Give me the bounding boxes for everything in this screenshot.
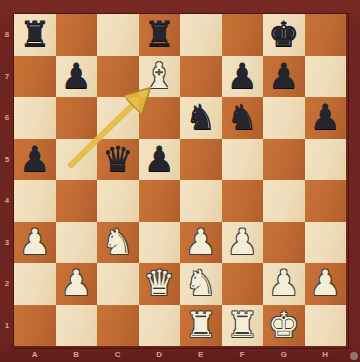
square-d8[interactable]: ♜ <box>139 14 181 56</box>
square-b1[interactable] <box>56 305 98 347</box>
square-d2[interactable]: ♛ <box>139 263 181 305</box>
chessboard-frame: 8 7 6 5 4 3 2 1 ♜♜♚♟♝♟♟♞♞♟♟♛♟♟♞♟♟♟♛♞♟♟♜♜… <box>0 0 360 362</box>
square-g4[interactable] <box>263 180 305 222</box>
black-knight: ♞ <box>185 97 216 138</box>
rank-label-1: 1 <box>0 305 14 347</box>
square-h4[interactable] <box>305 180 347 222</box>
square-f2[interactable] <box>222 263 264 305</box>
square-b6[interactable] <box>56 97 98 139</box>
square-f5[interactable] <box>222 139 264 181</box>
white-knight: ♞ <box>185 263 216 304</box>
square-h5[interactable] <box>305 139 347 181</box>
white-pawn: ♟ <box>310 263 341 304</box>
square-d4[interactable] <box>139 180 181 222</box>
square-h1[interactable] <box>305 305 347 347</box>
white-pawn: ♟ <box>227 222 258 263</box>
square-a7[interactable] <box>14 56 56 98</box>
white-knight: ♞ <box>102 222 133 263</box>
square-b3[interactable] <box>56 222 98 264</box>
rank-label-5: 5 <box>0 139 14 181</box>
black-pawn: ♟ <box>61 56 92 97</box>
square-b8[interactable] <box>56 14 98 56</box>
file-label-d: D <box>139 346 181 362</box>
file-label-a: A <box>14 346 56 362</box>
square-b7[interactable]: ♟ <box>56 56 98 98</box>
square-g1[interactable]: ♚ <box>263 305 305 347</box>
file-label-h: H <box>305 346 347 362</box>
rank-label-8: 8 <box>0 14 14 56</box>
square-g7[interactable]: ♟ <box>263 56 305 98</box>
square-c6[interactable] <box>97 97 139 139</box>
black-rook: ♜ <box>144 14 175 55</box>
square-a8[interactable]: ♜ <box>14 14 56 56</box>
square-f4[interactable] <box>222 180 264 222</box>
square-b4[interactable] <box>56 180 98 222</box>
black-knight: ♞ <box>227 97 258 138</box>
white-rook: ♜ <box>227 305 258 346</box>
square-f7[interactable]: ♟ <box>222 56 264 98</box>
square-h3[interactable] <box>305 222 347 264</box>
file-label-g: G <box>263 346 305 362</box>
black-pawn: ♟ <box>268 56 299 97</box>
black-pawn: ♟ <box>19 139 50 180</box>
square-d3[interactable] <box>139 222 181 264</box>
square-g6[interactable] <box>263 97 305 139</box>
rank-label-7: 7 <box>0 56 14 98</box>
white-pawn: ♟ <box>185 222 216 263</box>
black-queen: ♛ <box>102 139 133 180</box>
white-queen: ♛ <box>144 263 175 304</box>
square-b2[interactable]: ♟ <box>56 263 98 305</box>
black-pawn: ♟ <box>144 139 175 180</box>
square-f1[interactable]: ♜ <box>222 305 264 347</box>
file-label-f: F <box>222 346 264 362</box>
square-h8[interactable] <box>305 14 347 56</box>
square-e5[interactable] <box>180 139 222 181</box>
black-pawn: ♟ <box>227 56 258 97</box>
square-e3[interactable]: ♟ <box>180 222 222 264</box>
square-b5[interactable] <box>56 139 98 181</box>
rank-label-4: 4 <box>0 180 14 222</box>
square-c3[interactable]: ♞ <box>97 222 139 264</box>
file-label-b: B <box>56 346 98 362</box>
square-a1[interactable] <box>14 305 56 347</box>
white-king: ♚ <box>268 305 299 346</box>
square-c1[interactable] <box>97 305 139 347</box>
file-label-c: C <box>97 346 139 362</box>
square-h2[interactable]: ♟ <box>305 263 347 305</box>
square-d7[interactable]: ♝ <box>139 56 181 98</box>
square-g2[interactable]: ♟ <box>263 263 305 305</box>
square-f3[interactable]: ♟ <box>222 222 264 264</box>
square-c7[interactable] <box>97 56 139 98</box>
watermark-dot <box>350 352 358 360</box>
black-king: ♚ <box>268 14 299 55</box>
file-label-e: E <box>180 346 222 362</box>
square-c5[interactable]: ♛ <box>97 139 139 181</box>
square-g5[interactable] <box>263 139 305 181</box>
black-rook: ♜ <box>19 14 50 55</box>
file-labels: A B C D E F G H <box>14 346 346 362</box>
board: ♜♜♚♟♝♟♟♞♞♟♟♛♟♟♞♟♟♟♛♞♟♟♜♜♚ <box>14 14 346 346</box>
square-a2[interactable] <box>14 263 56 305</box>
square-h7[interactable] <box>305 56 347 98</box>
square-e1[interactable]: ♜ <box>180 305 222 347</box>
rank-label-3: 3 <box>0 222 14 264</box>
square-e4[interactable] <box>180 180 222 222</box>
white-bishop: ♝ <box>144 56 175 97</box>
square-c2[interactable] <box>97 263 139 305</box>
square-e6[interactable]: ♞ <box>180 97 222 139</box>
square-g8[interactable]: ♚ <box>263 14 305 56</box>
square-d6[interactable] <box>139 97 181 139</box>
square-a4[interactable] <box>14 180 56 222</box>
rank-labels: 8 7 6 5 4 3 2 1 <box>0 14 14 346</box>
square-d1[interactable] <box>139 305 181 347</box>
square-e7[interactable] <box>180 56 222 98</box>
square-c8[interactable] <box>97 14 139 56</box>
white-pawn: ♟ <box>268 263 299 304</box>
square-c4[interactable] <box>97 180 139 222</box>
square-h6[interactable]: ♟ <box>305 97 347 139</box>
black-pawn: ♟ <box>310 97 341 138</box>
square-f6[interactable]: ♞ <box>222 97 264 139</box>
square-a5[interactable]: ♟ <box>14 139 56 181</box>
square-a3[interactable]: ♟ <box>14 222 56 264</box>
white-pawn: ♟ <box>19 222 50 263</box>
square-d5[interactable]: ♟ <box>139 139 181 181</box>
square-e8[interactable] <box>180 14 222 56</box>
white-rook: ♜ <box>185 305 216 346</box>
white-pawn: ♟ <box>61 263 92 304</box>
rank-label-6: 6 <box>0 97 14 139</box>
square-g3[interactable] <box>263 222 305 264</box>
square-f8[interactable] <box>222 14 264 56</box>
square-e2[interactable]: ♞ <box>180 263 222 305</box>
rank-label-2: 2 <box>0 263 14 305</box>
square-a6[interactable] <box>14 97 56 139</box>
